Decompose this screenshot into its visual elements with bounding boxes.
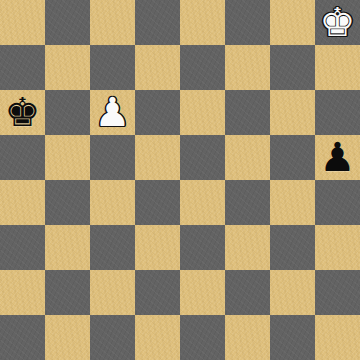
square-g5[interactable] [270,135,315,180]
square-f5[interactable] [225,135,270,180]
square-h3[interactable] [315,225,360,270]
square-a2[interactable] [0,270,45,315]
square-e8[interactable] [180,0,225,45]
square-c7[interactable] [90,45,135,90]
square-a5[interactable] [0,135,45,180]
square-d8[interactable] [135,0,180,45]
square-h4[interactable] [315,180,360,225]
square-a4[interactable] [0,180,45,225]
square-a1[interactable] [0,315,45,360]
square-g6[interactable] [270,90,315,135]
square-b2[interactable] [45,270,90,315]
square-c2[interactable] [90,270,135,315]
square-d3[interactable] [135,225,180,270]
square-f3[interactable] [225,225,270,270]
square-e3[interactable] [180,225,225,270]
square-f1[interactable] [225,315,270,360]
square-d2[interactable] [135,270,180,315]
square-g1[interactable] [270,315,315,360]
square-c1[interactable] [90,315,135,360]
square-f7[interactable] [225,45,270,90]
white-king-piece[interactable]: ♚ [320,2,356,42]
square-b1[interactable] [45,315,90,360]
black-king-piece[interactable]: ♚ [5,92,41,132]
square-c4[interactable] [90,180,135,225]
square-d7[interactable] [135,45,180,90]
square-g4[interactable] [270,180,315,225]
black-pawn-piece[interactable]: ♟ [320,137,356,177]
square-f6[interactable] [225,90,270,135]
square-c5[interactable] [90,135,135,180]
square-e6[interactable] [180,90,225,135]
square-b7[interactable] [45,45,90,90]
square-b8[interactable] [45,0,90,45]
square-f2[interactable] [225,270,270,315]
square-f8[interactable] [225,0,270,45]
square-a6[interactable]: ♚ [0,90,45,135]
square-h7[interactable] [315,45,360,90]
chess-board: ♚♚♟♟ [0,0,360,360]
square-f4[interactable] [225,180,270,225]
square-d6[interactable] [135,90,180,135]
square-h1[interactable] [315,315,360,360]
square-e2[interactable] [180,270,225,315]
chess-app-window: ♚♚♟♟ [0,0,360,360]
square-b5[interactable] [45,135,90,180]
square-d1[interactable] [135,315,180,360]
square-a3[interactable] [0,225,45,270]
square-d5[interactable] [135,135,180,180]
square-b4[interactable] [45,180,90,225]
square-g3[interactable] [270,225,315,270]
square-b6[interactable] [45,90,90,135]
square-c3[interactable] [90,225,135,270]
square-e1[interactable] [180,315,225,360]
square-a7[interactable] [0,45,45,90]
square-e4[interactable] [180,180,225,225]
square-h6[interactable] [315,90,360,135]
square-e5[interactable] [180,135,225,180]
square-d4[interactable] [135,180,180,225]
square-h8[interactable]: ♚ [315,0,360,45]
square-h2[interactable] [315,270,360,315]
square-g7[interactable] [270,45,315,90]
square-a8[interactable] [0,0,45,45]
square-b3[interactable] [45,225,90,270]
square-h5[interactable]: ♟ [315,135,360,180]
square-g8[interactable] [270,0,315,45]
square-e7[interactable] [180,45,225,90]
white-pawn-piece[interactable]: ♟ [95,92,131,132]
square-g2[interactable] [270,270,315,315]
square-c8[interactable] [90,0,135,45]
square-c6[interactable]: ♟ [90,90,135,135]
